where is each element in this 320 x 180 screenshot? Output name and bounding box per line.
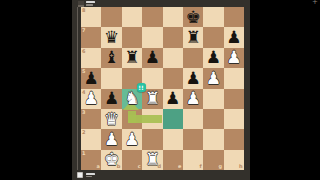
square-f4[interactable]: ♟	[183, 89, 203, 109]
rank-label-3: 3	[82, 110, 85, 115]
square-b1[interactable]: b♚	[101, 150, 121, 170]
black-pawn-a5[interactable]: ♟	[81, 68, 101, 88]
black-pawn-b4[interactable]: ♟	[101, 89, 121, 109]
top-player-rating-placeholder	[86, 4, 93, 6]
square-h4[interactable]	[224, 89, 244, 109]
square-f1[interactable]: f	[183, 150, 203, 170]
square-g6[interactable]: ♟	[203, 48, 223, 68]
white-pawn-c2[interactable]: ♟	[122, 129, 142, 149]
bottom-player-avatar[interactable]	[77, 172, 83, 178]
chess-board: !! 8♚7♛♜♟6♝♜♟♟♟5♟♟♟4♟♟♞♜♟♟3♛2♟♟1ab♚cd♜ef…	[81, 7, 244, 170]
square-h6[interactable]: ♟	[224, 48, 244, 68]
black-pawn-e4[interactable]: ♟	[163, 89, 183, 109]
square-a4[interactable]: 4♟	[81, 89, 101, 109]
black-rook-f7[interactable]: ♜	[183, 27, 203, 47]
bottom-player-name-placeholder	[86, 173, 95, 175]
square-g2[interactable]	[203, 129, 223, 149]
square-b2[interactable]: ♟	[101, 129, 121, 149]
square-g4[interactable]	[203, 89, 223, 109]
square-d2[interactable]	[142, 129, 162, 149]
white-queen-b3[interactable]: ♛	[101, 109, 121, 129]
rank-label-2: 2	[82, 130, 85, 135]
square-a5[interactable]: 5♟	[81, 68, 101, 88]
square-h1[interactable]: h	[224, 150, 244, 170]
square-c1[interactable]: c	[122, 150, 142, 170]
black-pawn-f5[interactable]: ♟	[183, 68, 203, 88]
square-g8[interactable]	[203, 7, 223, 27]
rank-label-7: 7	[82, 28, 85, 33]
square-e4[interactable]: ♟	[163, 89, 183, 109]
square-e2[interactable]	[163, 129, 183, 149]
black-queen-b7[interactable]: ♛	[101, 27, 121, 47]
square-a3[interactable]: 3	[81, 109, 101, 129]
file-label-f: f	[200, 164, 202, 169]
square-d4[interactable]: ♜	[142, 89, 162, 109]
square-d8[interactable]	[142, 7, 162, 27]
file-label-h: h	[239, 164, 243, 169]
square-h2[interactable]	[224, 129, 244, 149]
square-e1[interactable]: e	[163, 150, 183, 170]
plus-icon[interactable]: +	[312, 0, 318, 6]
square-e3[interactable]	[163, 109, 183, 129]
square-a7[interactable]: 7	[81, 27, 101, 47]
square-e6[interactable]	[163, 48, 183, 68]
black-rook-c6[interactable]: ♜	[122, 48, 142, 68]
white-pawn-b2[interactable]: ♟	[101, 129, 121, 149]
square-f6[interactable]	[183, 48, 203, 68]
file-label-g: g	[219, 164, 223, 169]
square-b8[interactable]	[101, 7, 121, 27]
square-b3[interactable]: ♛	[101, 109, 121, 129]
file-label-e: e	[178, 164, 181, 169]
rank-label-1: 1	[82, 151, 85, 156]
square-d7[interactable]	[142, 27, 162, 47]
square-a8[interactable]: 8	[81, 7, 101, 27]
white-pawn-h6[interactable]: ♟	[224, 48, 244, 68]
square-g3[interactable]	[203, 109, 223, 129]
square-f5[interactable]: ♟	[183, 68, 203, 88]
square-g1[interactable]: g	[203, 150, 223, 170]
top-player-name-placeholder	[86, 1, 95, 3]
white-pawn-a4[interactable]: ♟	[81, 89, 101, 109]
black-pawn-g6[interactable]: ♟	[203, 48, 223, 68]
square-f7[interactable]: ♜	[183, 27, 203, 47]
rank-label-6: 6	[82, 49, 85, 54]
screenshot-stage: + !! 8♚7♛♜♟6♝♜♟♟♟5♟♟♟4♟♟♞♜♟♟3♛2♟♟1ab♚cd♜…	[0, 0, 320, 180]
square-a2[interactable]: 2	[81, 129, 101, 149]
white-rook-d1[interactable]: ♜	[142, 150, 162, 170]
square-f2[interactable]	[183, 129, 203, 149]
brilliant-move-badge: !!	[137, 83, 146, 92]
black-bishop-b6[interactable]: ♝	[101, 48, 121, 68]
square-b5[interactable]	[101, 68, 121, 88]
square-e7[interactable]	[163, 27, 183, 47]
black-pawn-d6[interactable]: ♟	[142, 48, 162, 68]
file-label-a: a	[97, 164, 100, 169]
move-arrow-vertical	[128, 111, 136, 124]
bottom-player-row[interactable]	[77, 171, 247, 178]
top-player-avatar[interactable]	[78, 1, 84, 7]
panel-edge-divider	[77, 7, 78, 170]
square-c7[interactable]	[122, 27, 142, 47]
square-d1[interactable]: d♜	[142, 150, 162, 170]
square-h5[interactable]	[224, 68, 244, 88]
square-b4[interactable]: ♟	[101, 89, 121, 109]
bottom-player-rating-placeholder	[86, 176, 92, 178]
square-f8[interactable]: ♚	[183, 7, 203, 27]
square-b6[interactable]: ♝	[101, 48, 121, 68]
square-d6[interactable]: ♟	[142, 48, 162, 68]
square-a6[interactable]: 6	[81, 48, 101, 68]
white-pawn-f4[interactable]: ♟	[183, 89, 203, 109]
square-a1[interactable]: 1a	[81, 150, 101, 170]
square-g7[interactable]	[203, 27, 223, 47]
square-c6[interactable]: ♜	[122, 48, 142, 68]
black-king-f8[interactable]: ♚	[183, 7, 203, 27]
square-e5[interactable]	[163, 68, 183, 88]
top-player-row[interactable]	[78, 0, 248, 7]
square-c8[interactable]	[122, 7, 142, 27]
file-label-c: c	[138, 164, 141, 169]
square-f3[interactable]	[183, 109, 203, 129]
white-king-b1[interactable]: ♚	[101, 150, 121, 170]
white-pawn-g5[interactable]: ♟	[203, 68, 223, 88]
square-h7[interactable]: ♟	[224, 27, 244, 47]
square-e8[interactable]	[163, 7, 183, 27]
rank-label-8: 8	[82, 8, 85, 13]
square-g5[interactable]: ♟	[203, 68, 223, 88]
black-pawn-h7[interactable]: ♟	[224, 27, 244, 47]
square-c2[interactable]: ♟	[122, 129, 142, 149]
square-h8[interactable]	[224, 7, 244, 27]
square-b7[interactable]: ♛	[101, 27, 121, 47]
white-rook-d4[interactable]: ♜	[142, 89, 162, 109]
square-h3[interactable]	[224, 109, 244, 129]
